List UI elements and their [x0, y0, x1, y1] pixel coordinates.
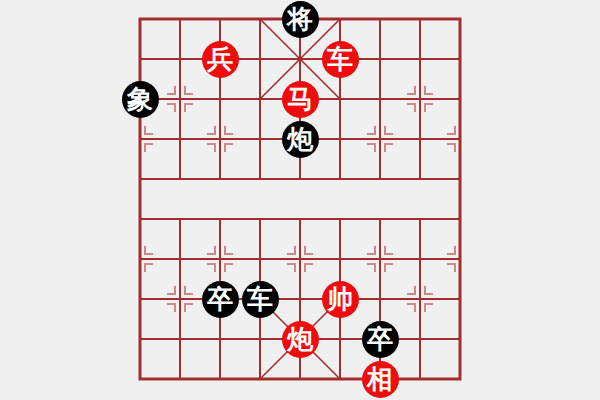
piece-black-象[interactable]: 象	[122, 81, 159, 118]
piece-black-将[interactable]: 将	[282, 1, 319, 38]
piece-black-卒[interactable]: 卒	[202, 281, 239, 318]
piece-red-帅[interactable]: 帅	[322, 281, 359, 318]
piece-black-车[interactable]: 车	[242, 281, 279, 318]
piece-red-马[interactable]: 马	[282, 81, 319, 118]
piece-red-车[interactable]: 车	[322, 41, 359, 78]
piece-red-兵[interactable]: 兵	[202, 41, 239, 78]
xiangqi-board-screenshot: 将兵车象马炮卒车帅炮卒相	[0, 0, 600, 400]
piece-black-卒[interactable]: 卒	[362, 321, 399, 358]
piece-black-炮[interactable]: 炮	[282, 121, 319, 158]
piece-red-炮[interactable]: 炮	[282, 321, 319, 358]
piece-red-相[interactable]: 相	[362, 361, 399, 398]
pieces-layer: 将兵车象马炮卒车帅炮卒相	[0, 0, 600, 400]
